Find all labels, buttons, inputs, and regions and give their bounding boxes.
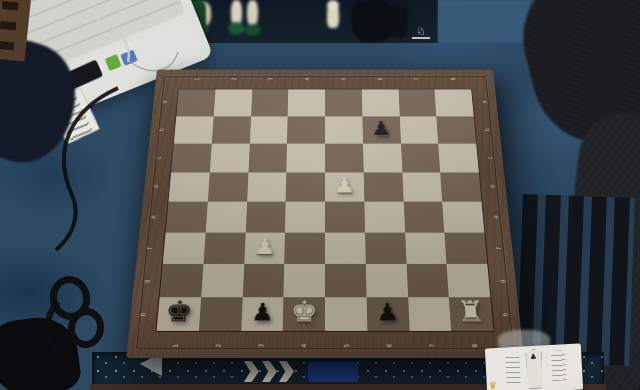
square-d4: [286, 172, 325, 202]
square-a4: [288, 89, 325, 116]
square-g6: [366, 264, 408, 297]
square-d6: [363, 172, 403, 202]
runner-chevron-logo: [279, 361, 294, 382]
piece-black-pawn: ♟: [376, 300, 400, 324]
paper-trophy-outline: [525, 349, 544, 390]
square-f2: [203, 232, 245, 264]
square-f4: [284, 232, 325, 264]
square-c8: [438, 144, 478, 173]
square-g3: [242, 264, 284, 297]
square-e2: [205, 202, 246, 233]
board-grid: ♟♟♟♚♟♚♟♜: [155, 89, 494, 332]
square-d3: [247, 172, 287, 202]
square-g1: [160, 264, 204, 297]
square-g4: [284, 264, 325, 297]
square-b3: [249, 116, 287, 144]
square-c5: [325, 144, 363, 173]
square-h7: [408, 297, 452, 331]
spare-black-piece: [390, 4, 408, 38]
square-b5: [325, 116, 363, 144]
square-f1: [163, 232, 206, 264]
square-c4: [287, 144, 325, 173]
piece-black-king: ♚: [164, 297, 193, 326]
square-c1: [171, 144, 211, 173]
spare-piece-felt-base: [245, 24, 261, 36]
square-f6: [365, 232, 406, 264]
square-a3: [251, 89, 289, 116]
square-b1: [174, 116, 214, 144]
square-h2: [199, 297, 243, 331]
laptop-sticker-green: [105, 54, 122, 71]
square-h4: ♚: [283, 297, 325, 331]
spare-piece-felt-base: [228, 22, 245, 35]
square-e8: [442, 202, 484, 233]
chess-board: 12345678 12345678 abcdefgh abcdefgh ♟♟♟♚…: [126, 70, 524, 358]
piece-black-pawn: ♟: [371, 118, 392, 138]
square-d5: ♟: [325, 172, 364, 202]
square-h5: [325, 297, 367, 331]
square-h3: ♟: [241, 297, 284, 331]
square-a7: [398, 89, 436, 116]
square-c7: [401, 144, 441, 173]
square-g2: [201, 264, 244, 297]
piece-white-rook: ♜: [456, 297, 485, 326]
square-b8: [436, 116, 476, 144]
square-c2: [210, 144, 250, 173]
square-e1: [166, 202, 208, 233]
square-a5: [325, 89, 362, 116]
square-d1: [168, 172, 209, 202]
square-d7: [402, 172, 443, 202]
square-a2: [214, 89, 252, 116]
square-g7: [406, 264, 449, 297]
square-f8: [445, 232, 488, 264]
square-a8: [435, 89, 474, 116]
square-h1: ♚: [157, 297, 201, 331]
piece-white-pawn: ♟: [253, 235, 276, 258]
paper-text-lines: [551, 350, 567, 381]
square-a1: [176, 89, 215, 116]
piece-white-king: ♚: [290, 297, 317, 326]
square-d8: [440, 172, 481, 202]
square-e7: [403, 202, 444, 233]
square-c6: [363, 144, 402, 173]
square-b7: [399, 116, 438, 144]
square-h6: ♟: [366, 297, 409, 331]
square-b6: ♟: [362, 116, 400, 144]
spare-piece: [247, 0, 258, 26]
square-e4: [285, 202, 325, 233]
square-b4: [287, 116, 325, 144]
piece-black-pawn: ♟: [251, 300, 275, 324]
knight-logo-mark: ♘: [408, 26, 434, 40]
square-c3: [248, 144, 287, 173]
score-paper: ♛: [485, 344, 583, 390]
board-coords-bottom: 12345678: [153, 339, 496, 354]
square-g8: [447, 264, 491, 297]
square-b2: [212, 116, 251, 144]
square-e3: [245, 202, 286, 233]
square-f5: [325, 232, 366, 264]
spare-pawn-head: [327, 0, 339, 11]
paper-crown-mark: ♛: [489, 380, 498, 390]
piece-white-pawn: ♟: [334, 175, 355, 196]
square-e6: [364, 202, 405, 233]
square-g5: [325, 264, 366, 297]
paper-text-lines: [505, 353, 521, 384]
board-coords-top: 12345678: [178, 74, 471, 85]
square-f7: [405, 232, 447, 264]
laptop-sticker-blue: [120, 50, 137, 66]
square-a6: [362, 89, 400, 116]
square-d2: [208, 172, 249, 202]
square-e5: [325, 202, 365, 233]
square-f3: ♟: [244, 232, 285, 264]
tournament-table-photo: ♘ 12345678 12345678 abc: [0, 0, 640, 390]
square-h8: ♜: [449, 297, 493, 331]
